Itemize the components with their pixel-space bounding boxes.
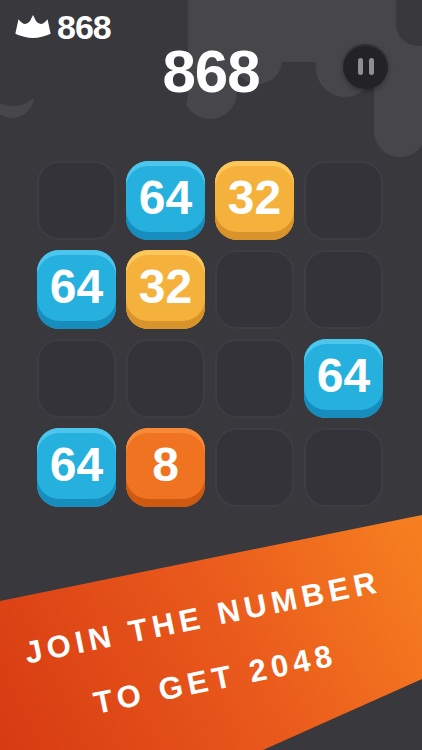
grid-cell-r4c2: 8 (126, 428, 205, 507)
grid-cell-r4c3 (215, 428, 294, 507)
grid-cell-r2c3 (215, 250, 294, 329)
pause-button[interactable] (343, 44, 388, 89)
tile-32: 32 (215, 161, 294, 240)
grid-cell-r3c4: 64 (304, 339, 383, 418)
grid-cell-r2c2: 32 (126, 250, 205, 329)
game-screen: 868 868 6432643264648 JOIN THE NUMBER TO… (0, 0, 422, 750)
grid-cell-r3c3 (215, 339, 294, 418)
board-grid[interactable]: 6432643264648 (37, 161, 383, 507)
grid-cell-r2c4 (304, 250, 383, 329)
grid-cell-r4c1: 64 (37, 428, 116, 507)
grid-cell-r1c3: 32 (215, 161, 294, 240)
crown-icon (14, 14, 52, 41)
grid-cell-r1c4 (304, 161, 383, 240)
pause-icon (369, 58, 374, 75)
grid-cell-r3c2 (126, 339, 205, 418)
best-score-value: 868 (57, 10, 111, 44)
tile-64: 64 (37, 250, 116, 329)
promo-ribbon: JOIN THE NUMBER TO GET 2048 (0, 510, 422, 750)
best-score-chip: 868 (14, 10, 111, 44)
grid-cell-r1c1 (37, 161, 116, 240)
grid-cell-r2c1: 64 (37, 250, 116, 329)
tile-64: 64 (126, 161, 205, 240)
tile-32: 32 (126, 250, 205, 329)
grid-cell-r4c4 (304, 428, 383, 507)
grid-cell-r3c1 (37, 339, 116, 418)
grid-cell-r1c2: 64 (126, 161, 205, 240)
pause-icon (358, 58, 363, 75)
tile-64: 64 (304, 339, 383, 418)
tile-64: 64 (37, 428, 116, 507)
tile-8: 8 (126, 428, 205, 507)
